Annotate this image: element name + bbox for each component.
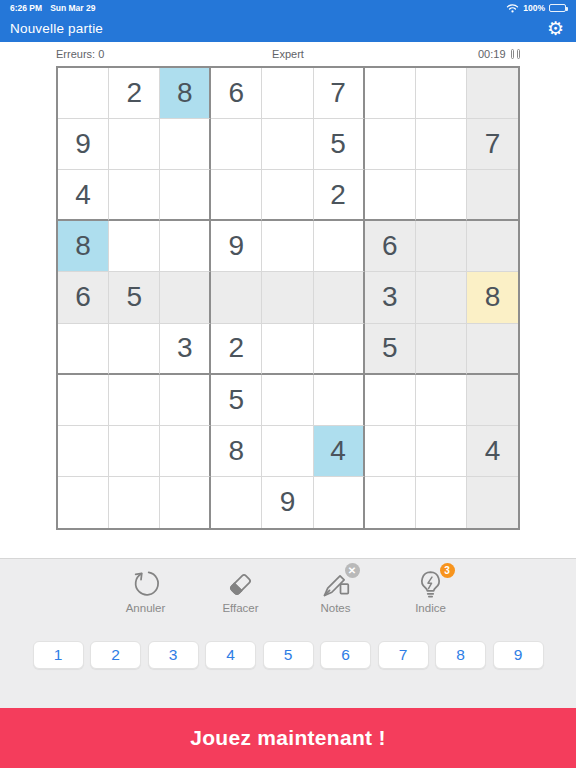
numpad-button-4[interactable]: 4	[205, 641, 256, 669]
cell-r2c9[interactable]: 7	[467, 119, 518, 170]
cell-r7c2[interactable]	[109, 375, 160, 426]
cell-r5c1[interactable]: 6	[58, 272, 109, 323]
errors-counter: Erreurs: 0	[56, 48, 196, 60]
hints-count-badge: 3	[440, 563, 455, 578]
cell-r6c8[interactable]	[416, 324, 467, 375]
numpad-button-6[interactable]: 6	[320, 641, 371, 669]
notes-label: Notes	[320, 602, 350, 614]
page-title: Nouvelle partie	[10, 21, 103, 36]
cell-r8c4[interactable]: 8	[211, 426, 262, 477]
cell-r5c9[interactable]: 8	[467, 272, 518, 323]
cell-r5c7[interactable]: 3	[365, 272, 416, 323]
cell-r7c7[interactable]	[365, 375, 416, 426]
numpad-button-9[interactable]: 9	[493, 641, 544, 669]
cell-r3c7[interactable]	[365, 170, 416, 221]
cell-r7c3[interactable]	[160, 375, 211, 426]
cell-r5c4[interactable]	[211, 272, 262, 323]
cell-r6c4[interactable]: 2	[211, 324, 262, 375]
pencil-icon: ✕	[319, 567, 353, 601]
cell-r6c9[interactable]	[467, 324, 518, 375]
game-status-row: Erreurs: 0 Expert 00:19	[56, 42, 520, 66]
battery-percent: 100%	[523, 3, 545, 13]
cell-r2c5[interactable]	[262, 119, 313, 170]
cell-r6c6[interactable]	[314, 324, 365, 375]
cell-r1c4[interactable]: 6	[211, 68, 262, 119]
cell-r7c4[interactable]: 5	[211, 375, 262, 426]
timer-value: 00:19	[478, 48, 506, 60]
erase-label: Effacer	[222, 602, 258, 614]
status-time-date: 6:26 PM Sun Mar 29	[10, 3, 95, 13]
control-panel: Annuler Effacer	[0, 558, 576, 708]
cell-r5c2[interactable]: 5	[109, 272, 160, 323]
cell-r9c7[interactable]	[365, 477, 416, 528]
cell-r4c9[interactable]	[467, 221, 518, 272]
cell-r2c8[interactable]	[416, 119, 467, 170]
status-time: 6:26 PM	[10, 3, 42, 13]
cell-r4c1[interactable]: 8	[58, 221, 109, 272]
cell-r1c3[interactable]: 8	[160, 68, 211, 119]
cell-r9c5[interactable]: 9	[262, 477, 313, 528]
cell-r1c1[interactable]	[58, 68, 109, 119]
cell-r9c6[interactable]	[314, 477, 365, 528]
cell-r2c1[interactable]: 9	[58, 119, 109, 170]
cell-r3c8[interactable]	[416, 170, 467, 221]
cell-r3c9[interactable]	[467, 170, 518, 221]
cell-r8c8[interactable]	[416, 426, 467, 477]
undo-button[interactable]: Annuler	[116, 567, 176, 617]
cell-r3c6[interactable]: 2	[314, 170, 365, 221]
cell-r1c8[interactable]	[416, 68, 467, 119]
cell-r9c8[interactable]	[416, 477, 467, 528]
cell-r7c9[interactable]	[467, 375, 518, 426]
numpad-button-8[interactable]: 8	[435, 641, 486, 669]
cell-r3c3[interactable]	[160, 170, 211, 221]
cell-r6c2[interactable]	[109, 324, 160, 375]
cell-r2c7[interactable]	[365, 119, 416, 170]
undo-icon	[129, 567, 163, 601]
numpad-button-7[interactable]: 7	[378, 641, 429, 669]
gear-icon: ⚙	[547, 18, 564, 39]
cell-r1c7[interactable]	[365, 68, 416, 119]
cell-r6c3[interactable]: 3	[160, 324, 211, 375]
numpad: 123456789	[0, 641, 576, 669]
cell-r9c4[interactable]	[211, 477, 262, 528]
cell-r6c7[interactable]: 5	[365, 324, 416, 375]
numpad-button-3[interactable]: 3	[148, 641, 199, 669]
cell-r5c8[interactable]	[416, 272, 467, 323]
cell-r9c1[interactable]	[58, 477, 109, 528]
cell-r9c2[interactable]	[109, 477, 160, 528]
cell-r2c2[interactable]	[109, 119, 160, 170]
cell-r4c7[interactable]: 6	[365, 221, 416, 272]
sudoku-grid: 286795742896653832558449	[56, 66, 520, 530]
status-date: Sun Mar 29	[50, 3, 95, 13]
cell-r7c8[interactable]	[416, 375, 467, 426]
cell-r6c1[interactable]	[58, 324, 109, 375]
cell-r4c5[interactable]	[262, 221, 313, 272]
erase-button[interactable]: Effacer	[211, 567, 271, 617]
cell-r8c9[interactable]: 4	[467, 426, 518, 477]
cell-r8c2[interactable]	[109, 426, 160, 477]
undo-label: Annuler	[126, 602, 166, 614]
pause-button[interactable]	[511, 49, 521, 59]
cell-r1c6[interactable]: 7	[314, 68, 365, 119]
sudoku-app: 6:26 PM Sun Mar 29 100% Nouvelle partie …	[0, 0, 576, 768]
cell-r7c5[interactable]	[262, 375, 313, 426]
cell-r8c7[interactable]	[365, 426, 416, 477]
cell-r3c5[interactable]	[262, 170, 313, 221]
cell-r9c3[interactable]	[160, 477, 211, 528]
cell-r4c4[interactable]: 9	[211, 221, 262, 272]
play-now-label: Jouez maintenant !	[190, 726, 386, 750]
status-indicators: 100%	[506, 3, 566, 13]
app-header: 6:26 PM Sun Mar 29 100% Nouvelle partie …	[0, 0, 576, 42]
wifi-icon	[506, 3, 519, 13]
lightbulb-icon: 3	[414, 567, 448, 601]
eraser-icon	[224, 567, 258, 601]
notes-off-badge: ✕	[345, 563, 360, 578]
cell-r7c6[interactable]	[314, 375, 365, 426]
difficulty-label: Expert	[196, 48, 380, 60]
board-area: 286795742896653832558449	[0, 66, 576, 530]
cell-r8c1[interactable]	[58, 426, 109, 477]
ios-status-bar: 6:26 PM Sun Mar 29 100%	[0, 0, 576, 14]
hint-label: Indice	[415, 602, 446, 614]
cell-r4c6[interactable]	[314, 221, 365, 272]
cell-r7c1[interactable]	[58, 375, 109, 426]
cell-r4c8[interactable]	[416, 221, 467, 272]
cell-r4c2[interactable]	[109, 221, 160, 272]
cell-r5c6[interactable]	[314, 272, 365, 323]
cell-r2c6[interactable]: 5	[314, 119, 365, 170]
settings-button[interactable]: ⚙	[547, 19, 564, 38]
numpad-button-5[interactable]: 5	[263, 641, 314, 669]
cell-r6c5[interactable]	[262, 324, 313, 375]
cell-r3c1[interactable]: 4	[58, 170, 109, 221]
cell-r4c3[interactable]	[160, 221, 211, 272]
numpad-button-1[interactable]: 1	[33, 641, 84, 669]
cell-r3c2[interactable]	[109, 170, 160, 221]
numpad-button-2[interactable]: 2	[90, 641, 141, 669]
play-now-banner[interactable]: Jouez maintenant !	[0, 708, 576, 768]
battery-icon	[549, 4, 566, 12]
notes-button[interactable]: ✕ Notes	[306, 567, 366, 617]
nav-bar: Nouvelle partie ⚙	[0, 14, 576, 42]
toolbar: Annuler Effacer	[0, 567, 576, 617]
cell-r1c2[interactable]: 2	[109, 68, 160, 119]
cell-r9c9[interactable]	[467, 477, 518, 528]
spacer	[0, 530, 576, 558]
cell-r1c9[interactable]	[467, 68, 518, 119]
cell-r1c5[interactable]	[262, 68, 313, 119]
pause-icon	[511, 49, 515, 59]
hint-button[interactable]: 3 Indice	[401, 567, 461, 617]
cell-r8c6[interactable]: 4	[314, 426, 365, 477]
cell-r8c3[interactable]	[160, 426, 211, 477]
cell-r5c3[interactable]	[160, 272, 211, 323]
cell-r3c4[interactable]	[211, 170, 262, 221]
cell-r5c5[interactable]	[262, 272, 313, 323]
cell-r2c3[interactable]	[160, 119, 211, 170]
cell-r8c5[interactable]	[262, 426, 313, 477]
cell-r2c4[interactable]	[211, 119, 262, 170]
